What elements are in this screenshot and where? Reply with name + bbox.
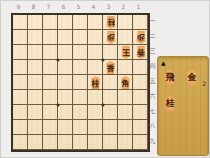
file-label-8: 8 <box>26 2 41 12</box>
piece-kanji: 桂 <box>92 77 100 90</box>
piece-kanji: 歩 <box>107 31 115 44</box>
rank-label-6: 六 <box>148 88 157 103</box>
rank-label-4: 四 <box>148 58 157 73</box>
piece-kanji: 王 <box>122 46 130 59</box>
piece-sente-lance[interactable]: 香 <box>105 61 117 74</box>
piece-gote-king[interactable]: 王 <box>120 46 132 59</box>
piece-layer: 桂歩歩王香香桂角 <box>13 15 148 150</box>
piece-kanji: 歩 <box>137 31 145 44</box>
piece-kanji: 飛 <box>166 71 175 84</box>
piece-gote-pawn[interactable]: 歩 <box>105 31 117 44</box>
rank-label-2: 二 <box>148 28 157 43</box>
hoshi-point <box>57 59 60 62</box>
hand-slot-gold: 金2 <box>185 70 200 86</box>
shogi-board: 桂歩歩王香香桂角 <box>11 13 150 152</box>
file-labels: 987654321 <box>11 2 146 12</box>
file-label-5: 5 <box>71 2 86 12</box>
rank-labels: 一二三四五六七八九 <box>148 13 157 148</box>
piece-gote-knight[interactable]: 桂 <box>105 16 117 29</box>
file-label-7: 7 <box>41 2 56 12</box>
piece-sente-bishop[interactable]: 角 <box>120 76 132 89</box>
rank-label-1: 一 <box>148 13 157 28</box>
file-label-3: 3 <box>101 2 116 12</box>
tsume-shogi-widget: 987654321 桂歩歩王香香桂角 一二三四五六七八九 ▲ 飛金2桂 <box>0 0 210 158</box>
file-label-4: 4 <box>86 2 101 12</box>
piece-kanji: 桂 <box>107 16 115 29</box>
file-label-6: 6 <box>56 2 71 12</box>
rank-label-8: 八 <box>148 118 157 133</box>
hand-piece-count: 2 <box>202 80 206 87</box>
piece-kanji: 香 <box>107 62 115 75</box>
hand-slot-rook: 飛 <box>163 70 178 86</box>
hand-pieces: 飛金2桂 <box>163 70 207 122</box>
sente-hand-tray: ▲ 飛金2桂 <box>157 56 209 156</box>
hand-piece-knight[interactable]: 桂 <box>163 96 177 111</box>
rank-label-7: 七 <box>148 103 157 118</box>
hoshi-point <box>102 104 105 107</box>
file-label-9: 9 <box>11 2 26 12</box>
piece-kanji: 香 <box>137 46 145 59</box>
piece-kanji: 桂 <box>166 97 175 110</box>
hoshi-point <box>57 104 60 107</box>
piece-gote-pawn[interactable]: 歩 <box>135 31 147 44</box>
piece-sente-knight[interactable]: 桂 <box>90 76 102 89</box>
file-label-1: 1 <box>131 2 146 12</box>
hand-piece-gold[interactable]: 金 <box>185 70 199 85</box>
rank-label-9: 九 <box>148 133 157 148</box>
file-label-2: 2 <box>116 2 131 12</box>
hand-slot-knight: 桂 <box>163 96 178 112</box>
hoshi-point <box>102 59 105 62</box>
rank-label-5: 五 <box>148 73 157 88</box>
piece-kanji: 金 <box>188 71 197 84</box>
piece-kanji: 角 <box>122 77 130 90</box>
piece-gote-lance[interactable]: 香 <box>135 46 147 59</box>
hand-piece-rook[interactable]: 飛 <box>163 70 177 85</box>
rank-label-3: 三 <box>148 43 157 58</box>
sente-mark-icon: ▲ <box>161 59 166 66</box>
